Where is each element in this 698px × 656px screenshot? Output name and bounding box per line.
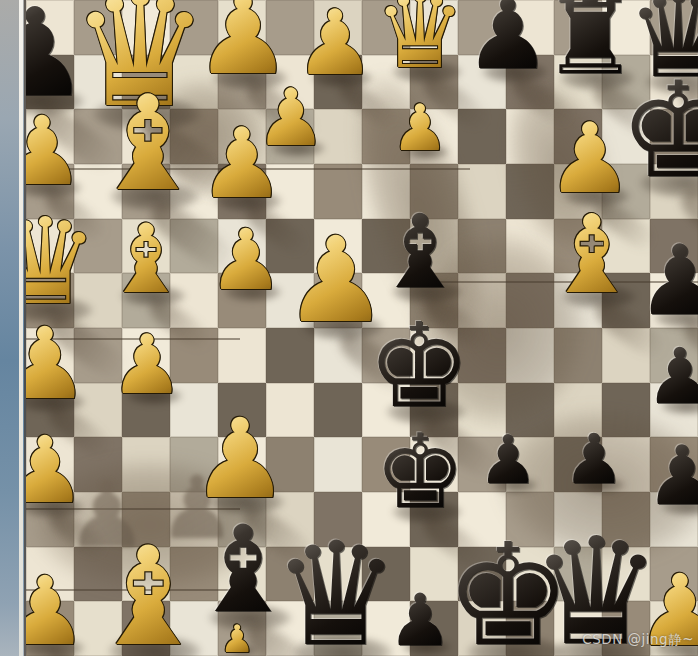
chess-illustration-scene: ♟♟ ♟♛♟♟♛♟♜♛♟♝♟♟♟♟♚♛♝♟♟♝♝♟♟♟♚♟♟♟♚♟♟♟♟♝♝♛♟… [0, 0, 698, 656]
frame-seam-line [24, 0, 26, 656]
chess-piece-black-pawn[interactable]: ♟ [645, 338, 698, 415]
window-frame-edge [0, 0, 26, 656]
chess-piece-gold-pawn[interactable]: ♟ [256, 79, 327, 158]
chess-piece-black-pawn[interactable]: ♟ [388, 584, 453, 656]
chess-piece-gold-bishop[interactable]: ♝ [103, 212, 188, 307]
chess-piece-gold-pawn[interactable]: ♟ [191, 404, 290, 514]
chess-piece-black-pawn[interactable]: ♟ [645, 435, 698, 517]
chess-piece-black-pawn[interactable]: ♟ [563, 425, 625, 494]
chess-piece-gold-bishop[interactable]: ♝ [544, 201, 641, 309]
chess-piece-gold-pawn[interactable]: ♟ [110, 324, 184, 406]
chess-piece-black-king[interactable]: ♚ [374, 421, 465, 523]
chess-piece-gold-pawn[interactable]: ♟ [220, 620, 254, 656]
chess-piece-black-queen[interactable]: ♛ [272, 523, 400, 656]
chess-piece-gold-pawn[interactable]: ♟ [391, 96, 448, 160]
piece-layer: ♟♛♟♟♛♟♜♛♟♝♟♟♟♟♚♛♝♟♟♝♝♟♟♟♚♟♟♟♚♟♟♟♟♝♝♛♟♚♛♟… [0, 0, 698, 656]
chess-piece-black-bishop[interactable]: ♝ [374, 201, 465, 303]
watermark: CSDN @jing静~ [582, 631, 694, 649]
chess-piece-black-pawn[interactable]: ♟ [637, 232, 698, 329]
chess-piece-gold-queen[interactable]: ♛ [374, 0, 465, 83]
chess-piece-gold-bishop[interactable]: ♝ [89, 78, 206, 209]
chess-piece-gold-pawn[interactable]: ♟ [208, 218, 283, 302]
frame-highlight-line [19, 0, 23, 656]
chess-piece-black-king[interactable]: ♚ [619, 64, 698, 196]
chess-piece-black-pawn[interactable]: ♟ [465, 0, 552, 83]
chess-piece-black-pawn[interactable]: ♟ [478, 427, 538, 494]
chess-piece-black-king[interactable]: ♚ [367, 308, 471, 424]
